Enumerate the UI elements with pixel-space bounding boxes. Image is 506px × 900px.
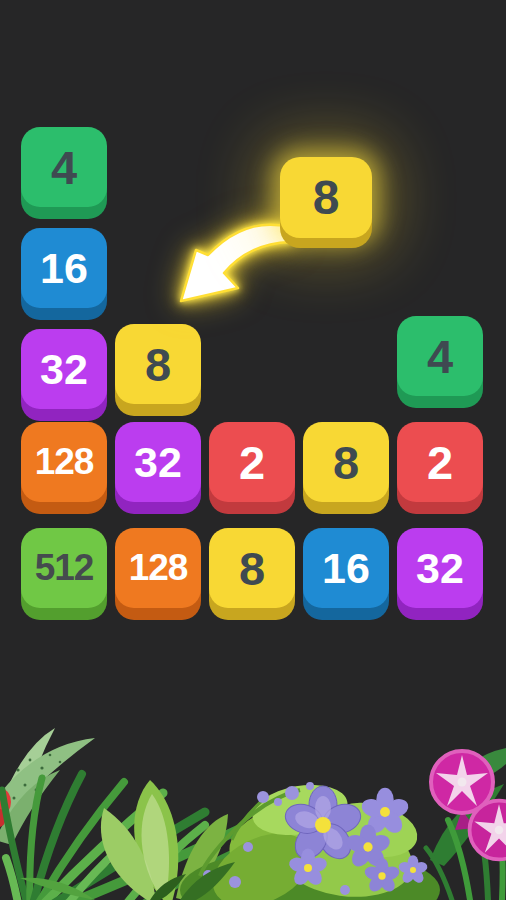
tile-2[interactable]: 2 xyxy=(209,422,295,502)
tile-128[interactable]: 128 xyxy=(21,422,107,502)
tile-8[interactable]: 8 xyxy=(209,528,295,608)
board[interactable]: 41632841283228251212881632 xyxy=(0,0,506,900)
tile-4[interactable]: 4 xyxy=(21,127,107,207)
falling-tile[interactable]: 8 xyxy=(280,157,372,238)
tile-32[interactable]: 32 xyxy=(397,528,483,608)
tile-512[interactable]: 512 xyxy=(21,528,107,608)
tile-16[interactable]: 16 xyxy=(303,528,389,608)
tile-8[interactable]: 8 xyxy=(115,324,201,404)
tile-8[interactable]: 8 xyxy=(303,422,389,502)
game-screen: 41632841283228251212881632 8 xyxy=(0,0,506,900)
tile-32[interactable]: 32 xyxy=(21,329,107,409)
tile-2[interactable]: 2 xyxy=(397,422,483,502)
tile-32[interactable]: 32 xyxy=(115,422,201,502)
tile-16[interactable]: 16 xyxy=(21,228,107,308)
falling-tile-value: 8 xyxy=(313,170,340,225)
tile-128[interactable]: 128 xyxy=(115,528,201,608)
tile-4[interactable]: 4 xyxy=(397,316,483,396)
